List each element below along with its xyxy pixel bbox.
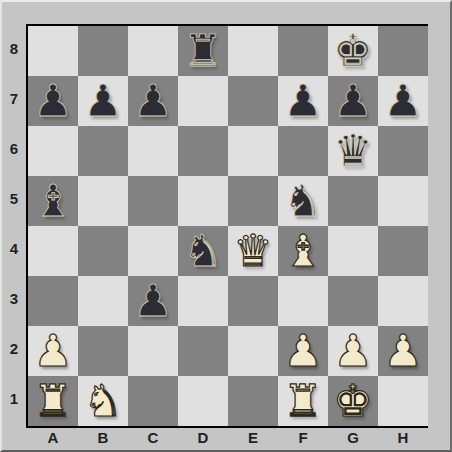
square-d5[interactable] bbox=[178, 176, 228, 226]
square-e1[interactable] bbox=[228, 376, 278, 426]
file-label-e: E bbox=[228, 428, 278, 450]
square-g7[interactable]: ♟ bbox=[328, 76, 378, 126]
square-h7[interactable]: ♟ bbox=[378, 76, 428, 126]
square-a1[interactable]: ♜ bbox=[28, 376, 78, 426]
square-f2[interactable]: ♟ bbox=[278, 326, 328, 376]
rank-labels: 87654321 bbox=[2, 24, 26, 424]
square-c7[interactable]: ♟ bbox=[128, 76, 178, 126]
square-h5[interactable] bbox=[378, 176, 428, 226]
rank-label-6: 6 bbox=[2, 124, 26, 174]
rank-label-5: 5 bbox=[2, 174, 26, 224]
piece-black-pawn-h7[interactable]: ♟ bbox=[383, 76, 422, 126]
piece-black-pawn-b7[interactable]: ♟ bbox=[83, 76, 122, 126]
square-e3[interactable] bbox=[228, 276, 278, 326]
square-h4[interactable] bbox=[378, 226, 428, 276]
file-label-f: F bbox=[278, 428, 328, 450]
square-e7[interactable] bbox=[228, 76, 278, 126]
square-d2[interactable] bbox=[178, 326, 228, 376]
rank-label-3: 3 bbox=[2, 274, 26, 324]
piece-white-rook-f1[interactable]: ♜ bbox=[283, 376, 322, 426]
piece-white-pawn-f2[interactable]: ♟ bbox=[283, 326, 322, 376]
square-b3[interactable] bbox=[78, 276, 128, 326]
square-a2[interactable]: ♟ bbox=[28, 326, 78, 376]
piece-black-knight-d4[interactable]: ♞ bbox=[183, 226, 222, 276]
square-f4[interactable]: ♝ bbox=[278, 226, 328, 276]
square-e6[interactable] bbox=[228, 126, 278, 176]
square-g4[interactable] bbox=[328, 226, 378, 276]
square-b5[interactable] bbox=[78, 176, 128, 226]
square-c4[interactable] bbox=[128, 226, 178, 276]
file-label-c: C bbox=[128, 428, 178, 450]
rank-label-8: 8 bbox=[2, 24, 26, 74]
square-a5[interactable]: ♝ bbox=[28, 176, 78, 226]
piece-black-pawn-c7[interactable]: ♟ bbox=[133, 76, 172, 126]
piece-black-bishop-a5[interactable]: ♝ bbox=[33, 176, 72, 226]
square-a7[interactable]: ♟ bbox=[28, 76, 78, 126]
square-a6[interactable] bbox=[28, 126, 78, 176]
rank-label-2: 2 bbox=[2, 324, 26, 374]
file-label-a: A bbox=[28, 428, 78, 450]
piece-black-king-g8[interactable]: ♚ bbox=[333, 26, 372, 76]
rank-label-7: 7 bbox=[2, 74, 26, 124]
file-label-h: H bbox=[378, 428, 428, 450]
square-c5[interactable] bbox=[128, 176, 178, 226]
piece-black-pawn-c3[interactable]: ♟ bbox=[133, 276, 172, 326]
square-c2[interactable] bbox=[128, 326, 178, 376]
rank-label-4: 4 bbox=[2, 224, 26, 274]
square-f6[interactable] bbox=[278, 126, 328, 176]
square-e4[interactable]: ♛ bbox=[228, 226, 278, 276]
piece-black-knight-f5[interactable]: ♞ bbox=[283, 176, 322, 226]
square-h3[interactable] bbox=[378, 276, 428, 326]
square-g5[interactable] bbox=[328, 176, 378, 226]
square-a8[interactable] bbox=[28, 26, 78, 76]
piece-black-pawn-g7[interactable]: ♟ bbox=[333, 76, 372, 126]
square-e8[interactable] bbox=[228, 26, 278, 76]
piece-black-rook-d8[interactable]: ♜ bbox=[183, 26, 222, 76]
square-b4[interactable] bbox=[78, 226, 128, 276]
square-g2[interactable]: ♟ bbox=[328, 326, 378, 376]
square-g3[interactable] bbox=[328, 276, 378, 326]
square-c3[interactable]: ♟ bbox=[128, 276, 178, 326]
square-e5[interactable] bbox=[228, 176, 278, 226]
piece-white-king-g1[interactable]: ♚ bbox=[333, 376, 372, 426]
square-e2[interactable] bbox=[228, 326, 278, 376]
piece-black-pawn-f7[interactable]: ♟ bbox=[283, 76, 322, 126]
square-a3[interactable] bbox=[28, 276, 78, 326]
file-labels: ABCDEFGH bbox=[28, 428, 428, 450]
square-b6[interactable] bbox=[78, 126, 128, 176]
square-h8[interactable] bbox=[378, 26, 428, 76]
square-c6[interactable] bbox=[128, 126, 178, 176]
square-h6[interactable] bbox=[378, 126, 428, 176]
square-f5[interactable]: ♞ bbox=[278, 176, 328, 226]
board: ♜♚♟♟♟♟♟♟♛♝♞♞♛♝♟♟♟♟♟♜♞♜♚ bbox=[26, 24, 428, 428]
square-f3[interactable] bbox=[278, 276, 328, 326]
piece-white-pawn-g2[interactable]: ♟ bbox=[333, 326, 372, 376]
rank-label-1: 1 bbox=[2, 374, 26, 424]
square-c1[interactable] bbox=[128, 376, 178, 426]
square-f8[interactable] bbox=[278, 26, 328, 76]
square-g1[interactable]: ♚ bbox=[328, 376, 378, 426]
file-label-b: B bbox=[78, 428, 128, 450]
piece-white-rook-a1[interactable]: ♜ bbox=[33, 376, 72, 426]
square-d1[interactable] bbox=[178, 376, 228, 426]
piece-white-queen-e4[interactable]: ♛ bbox=[233, 226, 272, 276]
square-d6[interactable] bbox=[178, 126, 228, 176]
square-d3[interactable] bbox=[178, 276, 228, 326]
piece-white-knight-b1[interactable]: ♞ bbox=[83, 376, 122, 426]
square-b7[interactable]: ♟ bbox=[78, 76, 128, 126]
square-d8[interactable]: ♜ bbox=[178, 26, 228, 76]
square-b8[interactable] bbox=[78, 26, 128, 76]
square-a4[interactable] bbox=[28, 226, 78, 276]
square-d7[interactable] bbox=[178, 76, 228, 126]
square-h2[interactable]: ♟ bbox=[378, 326, 428, 376]
square-b2[interactable] bbox=[78, 326, 128, 376]
square-c8[interactable] bbox=[128, 26, 178, 76]
square-g6[interactable]: ♛ bbox=[328, 126, 378, 176]
square-h1[interactable] bbox=[378, 376, 428, 426]
piece-white-pawn-h2[interactable]: ♟ bbox=[383, 326, 422, 376]
file-label-g: G bbox=[328, 428, 378, 450]
chessboard-frame: 87654321 ♜♚♟♟♟♟♟♟♛♝♞♞♛♝♟♟♟♟♟♜♞♜♚ ABCDEFG… bbox=[0, 0, 452, 452]
square-b1[interactable]: ♞ bbox=[78, 376, 128, 426]
piece-black-pawn-a7[interactable]: ♟ bbox=[33, 76, 72, 126]
square-d4[interactable]: ♞ bbox=[178, 226, 228, 276]
file-label-d: D bbox=[178, 428, 228, 450]
square-g8[interactable]: ♚ bbox=[328, 26, 378, 76]
piece-black-queen-g6[interactable]: ♛ bbox=[333, 126, 372, 176]
square-f7[interactable]: ♟ bbox=[278, 76, 328, 126]
piece-white-pawn-a2[interactable]: ♟ bbox=[33, 326, 72, 376]
square-f1[interactable]: ♜ bbox=[278, 376, 328, 426]
piece-white-bishop-f4[interactable]: ♝ bbox=[283, 226, 322, 276]
